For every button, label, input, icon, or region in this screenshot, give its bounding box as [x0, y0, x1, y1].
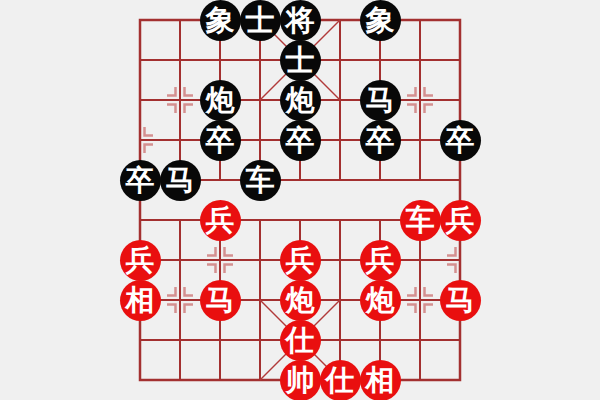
- piece-red-soldier[interactable]: 兵: [200, 200, 241, 241]
- piece-red-elephant[interactable]: 相: [360, 360, 401, 400]
- piece-black-soldier[interactable]: 卒: [120, 160, 161, 201]
- piece-red-advisor[interactable]: 仕: [320, 360, 361, 400]
- piece-black-elephant[interactable]: 象: [360, 0, 401, 41]
- piece-layer: 象士将象士炮炮马卒卒卒卒卒马车兵车兵兵兵兵相马炮炮马仕帅仕相: [120, 0, 480, 400]
- piece-red-horse[interactable]: 马: [200, 280, 241, 321]
- piece-red-horse[interactable]: 马: [440, 280, 481, 321]
- piece-black-general[interactable]: 将: [280, 0, 321, 41]
- xiangqi-board[interactable]: 象士将象士炮炮马卒卒卒卒卒马车兵车兵兵兵兵相马炮炮马仕帅仕相: [120, 0, 480, 400]
- piece-red-chariot[interactable]: 车: [400, 200, 441, 241]
- piece-red-cannon[interactable]: 炮: [360, 280, 401, 321]
- piece-red-soldier[interactable]: 兵: [360, 240, 401, 281]
- piece-black-soldier[interactable]: 卒: [200, 120, 241, 161]
- piece-red-advisor[interactable]: 仕: [280, 320, 321, 361]
- piece-black-cannon[interactable]: 炮: [200, 80, 241, 121]
- piece-black-advisor[interactable]: 士: [240, 0, 281, 41]
- piece-black-soldier[interactable]: 卒: [360, 120, 401, 161]
- piece-red-soldier[interactable]: 兵: [440, 200, 481, 241]
- piece-red-cannon[interactable]: 炮: [280, 280, 321, 321]
- piece-black-chariot[interactable]: 车: [240, 160, 281, 201]
- piece-red-elephant[interactable]: 相: [120, 280, 161, 321]
- piece-black-horse[interactable]: 马: [160, 160, 201, 201]
- piece-red-general[interactable]: 帅: [280, 360, 321, 400]
- piece-black-horse[interactable]: 马: [360, 80, 401, 121]
- piece-black-soldier[interactable]: 卒: [280, 120, 321, 161]
- piece-black-advisor[interactable]: 士: [280, 40, 321, 81]
- app-background: { "game": "xiangqi", "position": { "fen"…: [0, 0, 600, 400]
- piece-red-soldier[interactable]: 兵: [280, 240, 321, 281]
- piece-red-soldier[interactable]: 兵: [120, 240, 161, 281]
- piece-black-cannon[interactable]: 炮: [280, 80, 321, 121]
- piece-black-soldier[interactable]: 卒: [440, 120, 481, 161]
- piece-black-elephant[interactable]: 象: [200, 0, 241, 41]
